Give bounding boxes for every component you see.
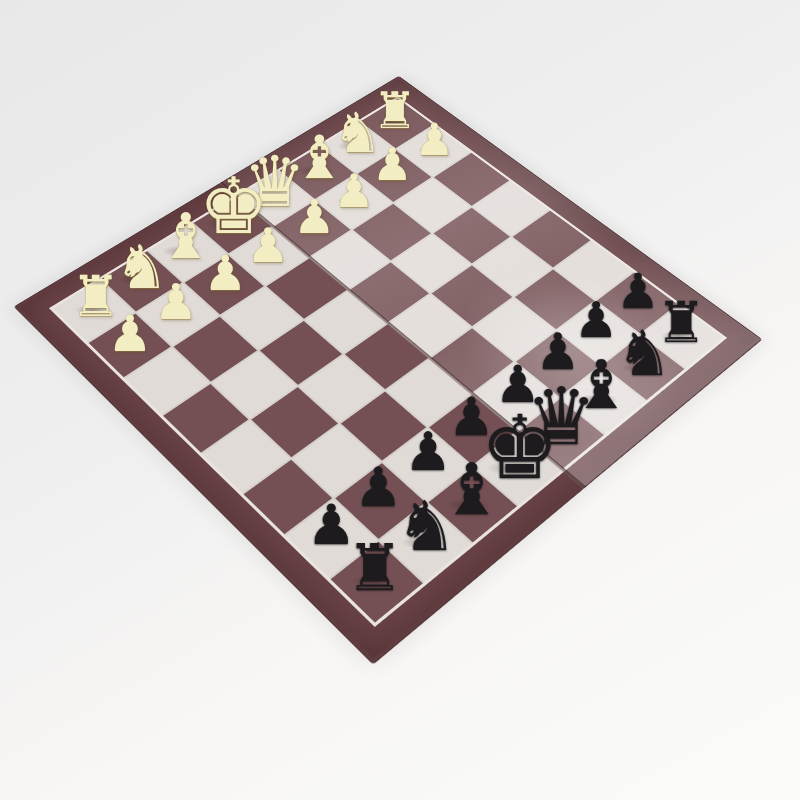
pieces-layer: ♜♟♟♜♞♟♟♞♝♟♟♝♛♟♟♛♚♟♟♚♝♟♟♝♞♟♟♞♜♟♟♜ (0, 0, 800, 800)
white-pawn[interactable]: ♟ (415, 118, 455, 163)
white-pawn[interactable]: ♟ (293, 194, 335, 241)
black-pawn[interactable]: ♟ (574, 297, 618, 346)
photo-background: ♜♟♟♜♞♟♟♞♝♟♟♝♛♟♟♛♚♟♟♚♝♟♟♝♞♟♟♞♜♟♟♜ (0, 0, 800, 800)
black-pawn[interactable]: ♟ (616, 267, 660, 316)
white-pawn[interactable]: ♟ (372, 143, 413, 188)
white-pawn[interactable]: ♟ (107, 308, 152, 358)
white-pawn[interactable]: ♟ (203, 249, 247, 298)
black-knight[interactable]: ♞ (396, 493, 458, 562)
white-pawn[interactable]: ♟ (154, 278, 198, 327)
white-pawn[interactable]: ♟ (247, 221, 290, 269)
white-pawn[interactable]: ♟ (333, 168, 374, 214)
black-rook[interactable]: ♜ (346, 535, 404, 599)
